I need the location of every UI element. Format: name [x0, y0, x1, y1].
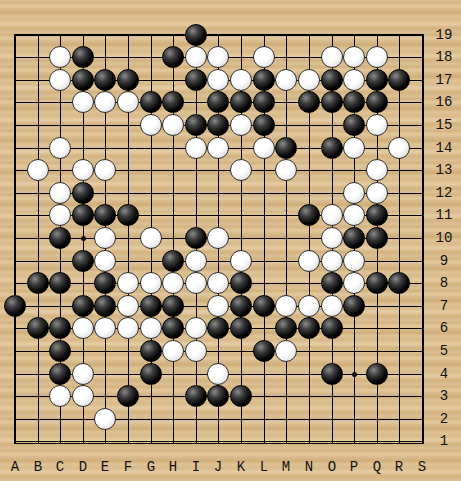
black-stone-C5: [49, 340, 71, 362]
black-stone-L7: [253, 295, 275, 317]
column-label-B: B: [30, 459, 46, 475]
black-stone-O4: [321, 363, 343, 385]
column-label-O: O: [324, 459, 340, 475]
row-label-17: 17: [433, 72, 455, 88]
black-stone-D12: [72, 182, 94, 204]
column-label-A: A: [7, 459, 23, 475]
white-stone-E6: [94, 317, 116, 339]
black-stone-H16: [162, 91, 184, 113]
white-stone-E16: [94, 91, 116, 113]
white-stone-I14: [185, 137, 207, 159]
white-stone-M13: [275, 159, 297, 181]
column-label-Q: Q: [369, 459, 385, 475]
black-stone-J3: [207, 385, 229, 407]
column-label-J: J: [210, 459, 226, 475]
go-board[interactable]: ABCDEFGHIJKLMNOPQRS191817161514131211109…: [0, 0, 461, 481]
row-label-4: 4: [433, 366, 455, 382]
black-stone-E8: [94, 272, 116, 294]
row-label-19: 19: [433, 27, 455, 43]
star-point-P4: [352, 372, 357, 377]
white-stone-P14: [343, 137, 365, 159]
white-stone-J14: [207, 137, 229, 159]
black-stone-H7: [162, 295, 184, 317]
black-stone-K16: [230, 91, 252, 113]
white-stone-M5: [275, 340, 297, 362]
white-stone-R14: [388, 137, 410, 159]
black-stone-G4: [140, 363, 162, 385]
white-stone-Q12: [366, 182, 388, 204]
row-label-2: 2: [433, 411, 455, 427]
row-label-6: 6: [433, 320, 455, 336]
column-label-P: P: [346, 459, 362, 475]
white-stone-K17: [230, 69, 252, 91]
white-stone-C14: [49, 137, 71, 159]
black-stone-D18: [72, 46, 94, 68]
white-stone-H8: [162, 272, 184, 294]
black-stone-Q10: [366, 227, 388, 249]
white-stone-I9: [185, 250, 207, 272]
white-stone-F16: [117, 91, 139, 113]
row-label-11: 11: [433, 207, 455, 223]
black-stone-I17: [185, 69, 207, 91]
white-stone-F7: [117, 295, 139, 317]
white-stone-D16: [72, 91, 94, 113]
white-stone-O18: [321, 46, 343, 68]
black-stone-P16: [343, 91, 365, 113]
white-stone-I6: [185, 317, 207, 339]
black-stone-M6: [275, 317, 297, 339]
black-stone-K8: [230, 272, 252, 294]
white-stone-Q13: [366, 159, 388, 181]
white-stone-G10: [140, 227, 162, 249]
white-stone-C3: [49, 385, 71, 407]
row-label-18: 18: [433, 49, 455, 65]
white-stone-K15: [230, 114, 252, 136]
black-stone-O8: [321, 272, 343, 294]
star-point-D10: [81, 236, 86, 241]
black-stone-B6: [27, 317, 49, 339]
row-label-15: 15: [433, 117, 455, 133]
white-stone-Q18: [366, 46, 388, 68]
column-label-M: M: [278, 459, 294, 475]
row-label-16: 16: [433, 94, 455, 110]
column-label-L: L: [256, 459, 272, 475]
row-label-13: 13: [433, 162, 455, 178]
black-stone-R8: [388, 272, 410, 294]
white-stone-P8: [343, 272, 365, 294]
black-stone-F3: [117, 385, 139, 407]
black-stone-C6: [49, 317, 71, 339]
black-stone-D9: [72, 250, 94, 272]
white-stone-K13: [230, 159, 252, 181]
black-stone-P7: [343, 295, 365, 317]
black-stone-O16: [321, 91, 343, 113]
row-label-8: 8: [433, 275, 455, 291]
black-stone-F17: [117, 69, 139, 91]
white-stone-P17: [343, 69, 365, 91]
white-stone-L18: [253, 46, 275, 68]
white-stone-G8: [140, 272, 162, 294]
column-label-S: S: [414, 459, 430, 475]
column-label-C: C: [52, 459, 68, 475]
black-stone-C4: [49, 363, 71, 385]
black-stone-C8: [49, 272, 71, 294]
black-stone-K6: [230, 317, 252, 339]
black-stone-Q17: [366, 69, 388, 91]
white-stone-E10: [94, 227, 116, 249]
white-stone-F6: [117, 317, 139, 339]
white-stone-C18: [49, 46, 71, 68]
white-stone-O7: [321, 295, 343, 317]
white-stone-D4: [72, 363, 94, 385]
white-stone-M17: [275, 69, 297, 91]
black-stone-G5: [140, 340, 162, 362]
column-label-K: K: [233, 459, 249, 475]
white-stone-I5: [185, 340, 207, 362]
white-stone-G6: [140, 317, 162, 339]
black-stone-I19: [185, 24, 207, 46]
black-stone-H18: [162, 46, 184, 68]
black-stone-E7: [94, 295, 116, 317]
white-stone-N7: [298, 295, 320, 317]
black-stone-I15: [185, 114, 207, 136]
column-label-R: R: [391, 459, 407, 475]
white-stone-D13: [72, 159, 94, 181]
column-label-H: H: [165, 459, 181, 475]
black-stone-J15: [207, 114, 229, 136]
black-stone-P15: [343, 114, 365, 136]
black-stone-K3: [230, 385, 252, 407]
column-label-N: N: [301, 459, 317, 475]
white-stone-C12: [49, 182, 71, 204]
white-stone-L14: [253, 137, 275, 159]
black-stone-L17: [253, 69, 275, 91]
black-stone-G7: [140, 295, 162, 317]
white-stone-D6: [72, 317, 94, 339]
black-stone-D17: [72, 69, 94, 91]
black-stone-C10: [49, 227, 71, 249]
white-stone-B13: [27, 159, 49, 181]
column-label-D: D: [75, 459, 91, 475]
black-stone-O17: [321, 69, 343, 91]
row-label-7: 7: [433, 298, 455, 314]
white-stone-E9: [94, 250, 116, 272]
white-stone-J4: [207, 363, 229, 385]
white-stone-J10: [207, 227, 229, 249]
black-stone-Q8: [366, 272, 388, 294]
black-stone-D11: [72, 204, 94, 226]
white-stone-M7: [275, 295, 297, 317]
white-stone-O9: [321, 250, 343, 272]
black-stone-H9: [162, 250, 184, 272]
black-stone-N16: [298, 91, 320, 113]
white-stone-P12: [343, 182, 365, 204]
black-stone-A7: [4, 295, 26, 317]
column-label-G: G: [143, 459, 159, 475]
row-label-12: 12: [433, 185, 455, 201]
white-stone-C17: [49, 69, 71, 91]
white-stone-O11: [321, 204, 343, 226]
black-stone-L5: [253, 340, 275, 362]
white-stone-P18: [343, 46, 365, 68]
white-stone-J17: [207, 69, 229, 91]
black-stone-J6: [207, 317, 229, 339]
white-stone-J18: [207, 46, 229, 68]
black-stone-D7: [72, 295, 94, 317]
black-stone-L16: [253, 91, 275, 113]
black-stone-E11: [94, 204, 116, 226]
white-stone-C11: [49, 204, 71, 226]
black-stone-F11: [117, 204, 139, 226]
black-stone-Q4: [366, 363, 388, 385]
black-stone-P10: [343, 227, 365, 249]
white-stone-D3: [72, 385, 94, 407]
black-stone-Q16: [366, 91, 388, 113]
row-label-5: 5: [433, 343, 455, 359]
white-stone-H15: [162, 114, 184, 136]
black-stone-Q11: [366, 204, 388, 226]
white-stone-J8: [207, 272, 229, 294]
white-stone-O10: [321, 227, 343, 249]
black-stone-I10: [185, 227, 207, 249]
black-stone-E17: [94, 69, 116, 91]
black-stone-I3: [185, 385, 207, 407]
white-stone-I8: [185, 272, 207, 294]
white-stone-I18: [185, 46, 207, 68]
black-stone-K7: [230, 295, 252, 317]
row-label-10: 10: [433, 230, 455, 246]
column-label-I: I: [188, 459, 204, 475]
black-stone-N11: [298, 204, 320, 226]
white-stone-Q15: [366, 114, 388, 136]
column-label-E: E: [97, 459, 113, 475]
white-stone-J7: [207, 295, 229, 317]
black-stone-O6: [321, 317, 343, 339]
white-stone-E2: [94, 408, 116, 430]
white-stone-F8: [117, 272, 139, 294]
row-label-3: 3: [433, 388, 455, 404]
white-stone-K9: [230, 250, 252, 272]
white-stone-E13: [94, 159, 116, 181]
row-label-14: 14: [433, 140, 455, 156]
white-stone-N17: [298, 69, 320, 91]
white-stone-G15: [140, 114, 162, 136]
white-stone-H5: [162, 340, 184, 362]
column-label-F: F: [120, 459, 136, 475]
row-label-1: 1: [433, 433, 455, 449]
black-stone-R17: [388, 69, 410, 91]
black-stone-J16: [207, 91, 229, 113]
white-stone-P11: [343, 204, 365, 226]
black-stone-L15: [253, 114, 275, 136]
black-stone-O14: [321, 137, 343, 159]
black-stone-N6: [298, 317, 320, 339]
black-stone-G16: [140, 91, 162, 113]
black-stone-B8: [27, 272, 49, 294]
white-stone-P9: [343, 250, 365, 272]
white-stone-N9: [298, 250, 320, 272]
black-stone-M14: [275, 137, 297, 159]
black-stone-H6: [162, 317, 184, 339]
row-label-9: 9: [433, 253, 455, 269]
